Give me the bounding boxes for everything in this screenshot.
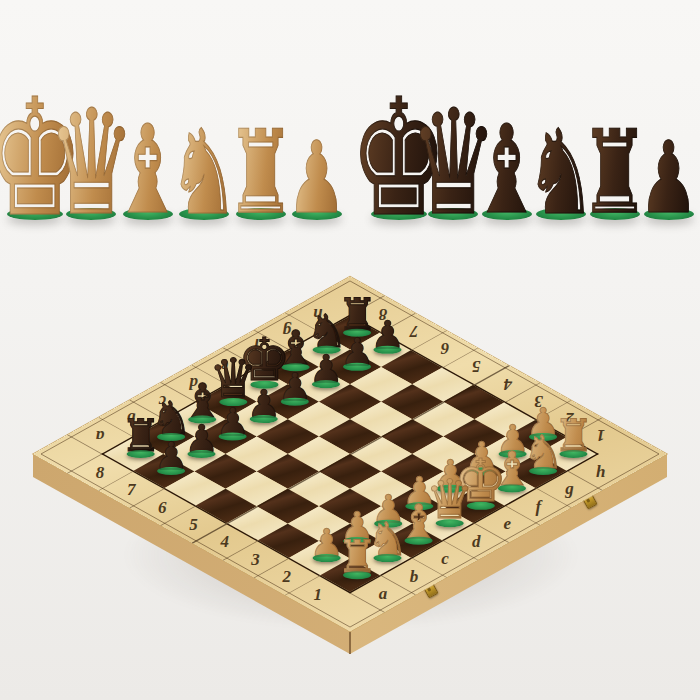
dark-pawn-figure: ♟ — [639, 128, 699, 227]
white-rook-a1: ♜ — [326, 534, 388, 579]
lineup-light-bishop: ♝ — [121, 126, 175, 220]
lineup-dark-rook: ♜ — [588, 130, 642, 220]
lineup-light-rook: ♜ — [234, 130, 288, 220]
lineup-light-knight: ♞ — [177, 129, 231, 220]
light-pieces-lineup: ♚♛♝♞♜♟ — [8, 26, 344, 220]
light-pawn-figure: ♟ — [287, 128, 347, 227]
light-rook-figure: ♜ — [226, 115, 296, 230]
black-pawn-a7: ♟ — [140, 437, 202, 475]
lineup-light-pawn: ♟ — [290, 141, 344, 220]
product-photo: ♚♛♝♞♜♟ ♚♛♝♞♜♟ abcdefgh8♜♞♝♛♚♝♞♜87♟♟♟♟♟♟♟… — [0, 0, 700, 700]
board-corner-edge — [349, 631, 351, 654]
dark-pieces-lineup: ♚♛♝♞♜♟ — [372, 42, 676, 220]
lineup-dark-pawn: ♟ — [642, 141, 696, 220]
chessboard: abcdefgh8♜♞♝♛♚♝♞♜87♟♟♟♟♟♟♟♟7665544332♟♟♟… — [29, 250, 671, 658]
